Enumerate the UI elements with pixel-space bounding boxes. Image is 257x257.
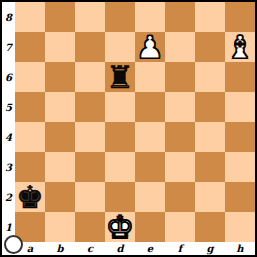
square-b5[interactable]: [45, 92, 75, 122]
rank-label-2: 2: [2, 182, 15, 212]
square-f2[interactable]: [165, 182, 195, 212]
square-d1[interactable]: ♚: [105, 212, 135, 242]
square-f7[interactable]: [165, 32, 195, 62]
black-rook: ♜: [106, 62, 134, 93]
square-e1[interactable]: [135, 212, 165, 242]
white-pawn: ♟: [136, 32, 164, 63]
white-bishop: ♝: [226, 32, 254, 63]
square-g5[interactable]: [195, 92, 225, 122]
square-c5[interactable]: [75, 92, 105, 122]
square-b4[interactable]: [45, 122, 75, 152]
square-h3[interactable]: [225, 152, 255, 182]
rank-label-6: 6: [2, 62, 15, 92]
square-h1[interactable]: [225, 212, 255, 242]
square-b8[interactable]: [45, 2, 75, 32]
square-g8[interactable]: [195, 2, 225, 32]
file-label-e: e: [135, 242, 165, 255]
square-c1[interactable]: [75, 212, 105, 242]
square-a3[interactable]: [15, 152, 45, 182]
square-b6[interactable]: [45, 62, 75, 92]
square-g7[interactable]: [195, 32, 225, 62]
square-a5[interactable]: [15, 92, 45, 122]
square-e6[interactable]: [135, 62, 165, 92]
square-g1[interactable]: [195, 212, 225, 242]
square-a4[interactable]: [15, 122, 45, 152]
square-c4[interactable]: [75, 122, 105, 152]
square-b7[interactable]: [45, 32, 75, 62]
square-h2[interactable]: [225, 182, 255, 212]
square-g3[interactable]: [195, 152, 225, 182]
square-f1[interactable]: [165, 212, 195, 242]
square-d7[interactable]: [105, 32, 135, 62]
square-g4[interactable]: [195, 122, 225, 152]
square-c6[interactable]: [75, 62, 105, 92]
chess-diagram: 87♟♝6♜5432♚1♚abcdefgh: [0, 0, 257, 257]
rank-label-4: 4: [2, 122, 15, 152]
white-to-move-indicator: [4, 235, 23, 254]
square-a8[interactable]: [15, 2, 45, 32]
square-f6[interactable]: [165, 62, 195, 92]
square-d2[interactable]: [105, 182, 135, 212]
square-d6[interactable]: ♜: [105, 62, 135, 92]
square-a6[interactable]: [15, 62, 45, 92]
rank-label-3: 3: [2, 152, 15, 182]
square-f8[interactable]: [165, 2, 195, 32]
square-b1[interactable]: [45, 212, 75, 242]
rank-label-8: 8: [2, 2, 15, 32]
square-c7[interactable]: [75, 32, 105, 62]
square-h7[interactable]: ♝: [225, 32, 255, 62]
square-h5[interactable]: [225, 92, 255, 122]
file-label-f: f: [165, 242, 195, 255]
rank-label-7: 7: [2, 32, 15, 62]
square-c8[interactable]: [75, 2, 105, 32]
square-f5[interactable]: [165, 92, 195, 122]
square-b3[interactable]: [45, 152, 75, 182]
square-e8[interactable]: [135, 2, 165, 32]
square-e2[interactable]: [135, 182, 165, 212]
square-c2[interactable]: [75, 182, 105, 212]
square-f4[interactable]: [165, 122, 195, 152]
file-label-h: h: [225, 242, 255, 255]
square-h8[interactable]: [225, 2, 255, 32]
file-label-d: d: [105, 242, 135, 255]
rank-label-5: 5: [2, 92, 15, 122]
square-h4[interactable]: [225, 122, 255, 152]
square-d8[interactable]: [105, 2, 135, 32]
square-a7[interactable]: [15, 32, 45, 62]
square-h6[interactable]: [225, 62, 255, 92]
square-e3[interactable]: [135, 152, 165, 182]
square-d3[interactable]: [105, 152, 135, 182]
black-king: ♚: [16, 182, 44, 213]
square-g2[interactable]: [195, 182, 225, 212]
square-g6[interactable]: [195, 62, 225, 92]
square-c3[interactable]: [75, 152, 105, 182]
square-a2[interactable]: ♚: [15, 182, 45, 212]
file-label-c: c: [75, 242, 105, 255]
square-e5[interactable]: [135, 92, 165, 122]
square-e7[interactable]: ♟: [135, 32, 165, 62]
square-d4[interactable]: [105, 122, 135, 152]
file-label-g: g: [195, 242, 225, 255]
square-b2[interactable]: [45, 182, 75, 212]
square-f3[interactable]: [165, 152, 195, 182]
square-d5[interactable]: [105, 92, 135, 122]
white-king: ♚: [106, 212, 134, 243]
square-e4[interactable]: [135, 122, 165, 152]
file-label-b: b: [45, 242, 75, 255]
